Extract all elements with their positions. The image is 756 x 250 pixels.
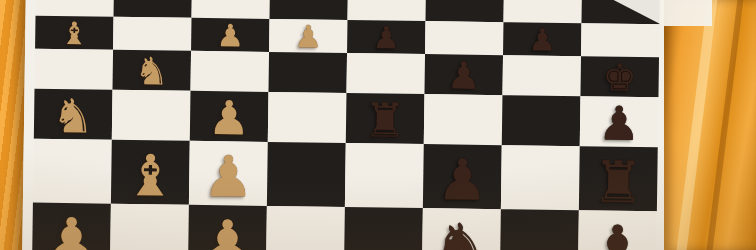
square-d5[interactable] xyxy=(268,92,347,143)
square-h6[interactable]: ♚ xyxy=(580,56,659,97)
white-pawn[interactable]: ♟ xyxy=(216,20,244,51)
square-g7[interactable]: ♟ xyxy=(503,22,581,56)
black-rook[interactable]: ♜ xyxy=(592,153,644,211)
black-pawn[interactable]: ♟ xyxy=(598,100,641,148)
square-b6[interactable]: ♞ xyxy=(113,50,192,91)
square-c6[interactable] xyxy=(190,51,269,92)
square-a7[interactable]: ♝ xyxy=(35,16,113,50)
square-c3[interactable]: ♟ xyxy=(188,205,267,250)
white-bishop[interactable]: ♝ xyxy=(124,147,176,205)
square-c7[interactable]: ♟ xyxy=(191,18,269,52)
square-g6[interactable] xyxy=(502,55,581,96)
square-f4[interactable]: ♟ xyxy=(423,144,502,209)
square-h7[interactable] xyxy=(581,23,659,57)
square-e5[interactable]: ♜ xyxy=(346,93,425,144)
square-g3[interactable] xyxy=(500,209,579,250)
square-d7[interactable]: ♟ xyxy=(269,19,347,53)
square-c5[interactable]: ♟ xyxy=(190,91,269,142)
white-pawn[interactable]: ♟ xyxy=(197,212,257,250)
chess-board-rim: ♝♟♟♟♟♞♟♚♞♟♜♟♝♟♟♜♟♟♞♟ xyxy=(19,0,669,250)
square-a3[interactable]: ♟ xyxy=(32,203,111,250)
square-e7[interactable]: ♟ xyxy=(347,20,425,54)
table-wood-right-edge xyxy=(664,0,756,250)
black-knight[interactable]: ♞ xyxy=(431,215,491,250)
square-e8[interactable] xyxy=(347,0,425,21)
black-pawn[interactable]: ♟ xyxy=(436,151,488,209)
square-g8[interactable] xyxy=(503,0,581,23)
white-knight[interactable]: ♞ xyxy=(52,92,95,140)
black-pawn[interactable]: ♟ xyxy=(446,56,481,94)
square-d8[interactable] xyxy=(270,0,348,20)
black-king[interactable]: ♚ xyxy=(602,59,637,97)
square-b5[interactable] xyxy=(112,90,191,141)
square-g5[interactable] xyxy=(502,95,581,146)
black-pawn[interactable]: ♟ xyxy=(528,25,556,56)
white-knight[interactable]: ♞ xyxy=(134,52,169,90)
square-c4[interactable]: ♟ xyxy=(189,141,268,206)
square-h3[interactable]: ♟ xyxy=(578,210,657,250)
square-a5[interactable]: ♞ xyxy=(34,89,113,140)
square-f5[interactable] xyxy=(424,94,503,145)
square-c8[interactable] xyxy=(192,0,270,19)
square-h5[interactable]: ♟ xyxy=(580,96,659,147)
white-pawn[interactable]: ♟ xyxy=(202,148,254,206)
white-bishop[interactable]: ♝ xyxy=(60,18,88,49)
square-a6[interactable] xyxy=(35,49,114,90)
black-rook[interactable]: ♜ xyxy=(364,96,407,144)
black-pawn[interactable]: ♟ xyxy=(372,22,400,53)
square-d6[interactable] xyxy=(268,52,347,93)
square-d4[interactable] xyxy=(267,142,346,207)
scene-wrapper: ♝♟♟♟♟♞♟♚♞♟♜♟♝♟♟♜♟♟♞♟ xyxy=(0,0,756,250)
square-e3[interactable] xyxy=(344,207,423,250)
chess-board[interactable]: ♝♟♟♟♟♞♟♚♞♟♜♟♝♟♟♜♟♟♞♟ xyxy=(30,0,660,250)
white-pawn[interactable]: ♟ xyxy=(41,210,101,250)
white-pawn[interactable]: ♟ xyxy=(208,94,251,142)
square-e6[interactable] xyxy=(346,53,425,94)
square-b4[interactable]: ♝ xyxy=(111,140,190,205)
square-h4[interactable]: ♜ xyxy=(579,146,658,211)
square-g4[interactable] xyxy=(501,145,580,210)
square-f3[interactable]: ♞ xyxy=(422,208,501,250)
square-d3[interactable] xyxy=(266,206,345,250)
square-a4[interactable] xyxy=(33,139,112,204)
black-pawn[interactable]: ♟ xyxy=(587,217,647,250)
square-f8[interactable] xyxy=(425,0,503,22)
square-e4[interactable] xyxy=(345,143,424,208)
square-b8[interactable] xyxy=(114,0,192,18)
square-f6[interactable]: ♟ xyxy=(424,54,503,95)
square-f7[interactable] xyxy=(425,21,503,55)
white-pawn[interactable]: ♟ xyxy=(294,21,322,52)
square-b3[interactable] xyxy=(110,204,189,250)
square-b7[interactable] xyxy=(113,17,191,51)
chess-photo-scene: ♝♟♟♟♟♞♟♚♞♟♜♟♝♟♟♜♟♟♞♟ xyxy=(0,0,756,250)
